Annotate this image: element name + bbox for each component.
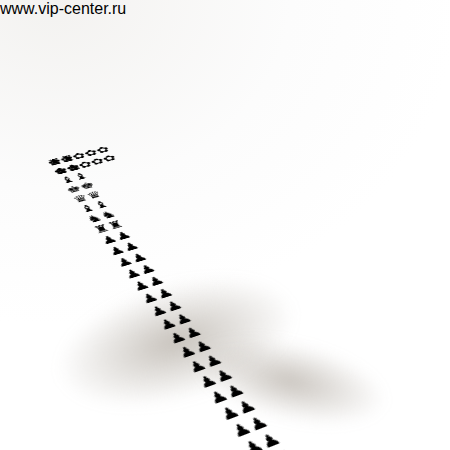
board-squares: ♜♜♞♞♝♝♚♚♛♛♝♝♞♞♜♜♟♟♟♟♟♟♟♟♟♟♟♟♟♟♟♟♟♟♟♟♟♟♟♟… <box>45 100 450 450</box>
scene: ♜♜♞♞♝♝♚♚♛♛♝♝♞♞♜♜♟♟♟♟♟♟♟♟♟♟♟♟♟♟♟♟♟♟♟♟♟♟♟♟… <box>0 0 450 450</box>
board-lid: ♜♜♞♞♝♝♚♚♛♛♝♝♞♞♜♜♟♟♟♟♟♟♟♟♟♟♟♟♟♟♟♟♟♟♟♟♟♟♟♟… <box>45 100 423 316</box>
red-finial-icon <box>98 189 104 198</box>
photo-background: ♜♜♞♞♝♝♚♚♛♛♝♝♞♞♜♜♟♟♟♟♟♟♟♟♟♟♟♟♟♟♟♟♟♟♟♟♟♟♟♟… <box>0 0 450 450</box>
chess-casket: ♜♜♞♞♝♝♚♚♛♛♝♝♞♞♜♜♟♟♟♟♟♟♟♟♟♟♟♟♟♟♟♟♟♟♟♟♟♟♟♟… <box>45 100 423 316</box>
red-finial-icon <box>91 180 97 188</box>
